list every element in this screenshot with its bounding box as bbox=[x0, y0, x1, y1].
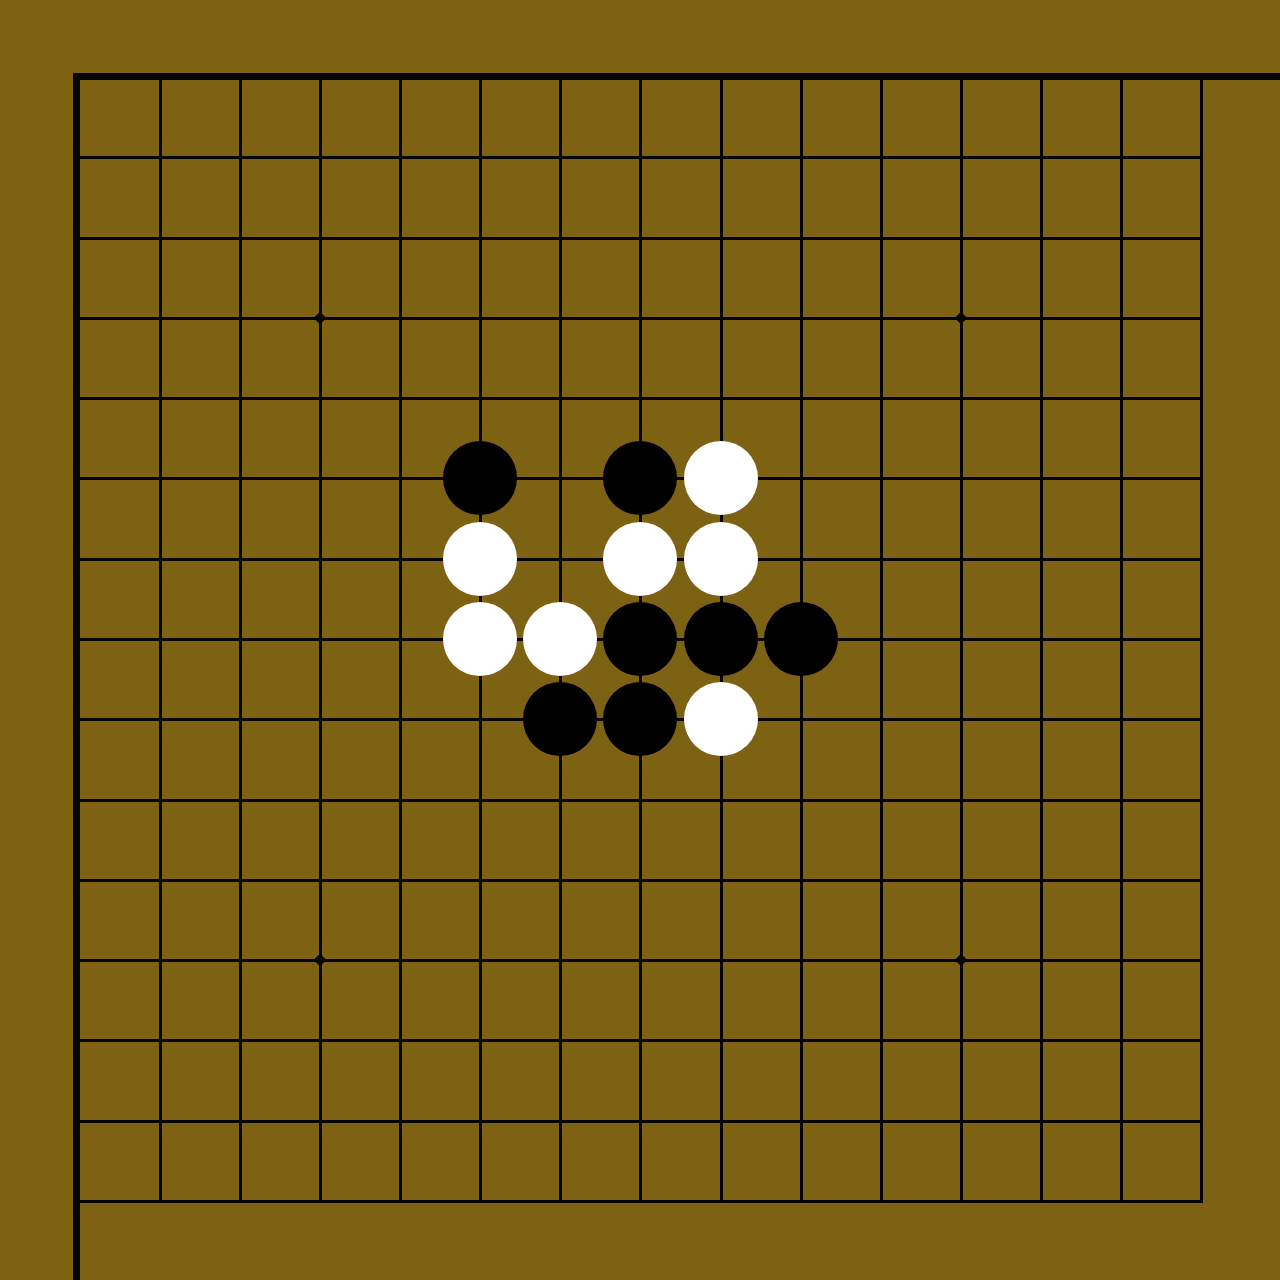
black-stone bbox=[603, 602, 677, 676]
black-stone bbox=[523, 682, 597, 756]
white-stone bbox=[523, 602, 597, 676]
white-stone bbox=[684, 682, 758, 756]
white-stone bbox=[684, 441, 758, 515]
stones-layer bbox=[0, 0, 1280, 1280]
white-stone bbox=[603, 522, 677, 596]
white-stone bbox=[443, 522, 517, 596]
black-stone bbox=[603, 441, 677, 515]
black-stone bbox=[443, 441, 517, 515]
white-stone bbox=[684, 522, 758, 596]
black-stone bbox=[684, 602, 758, 676]
gomoku-board[interactable] bbox=[0, 0, 1280, 1280]
white-stone bbox=[443, 602, 517, 676]
black-stone bbox=[764, 602, 838, 676]
black-stone bbox=[603, 682, 677, 756]
